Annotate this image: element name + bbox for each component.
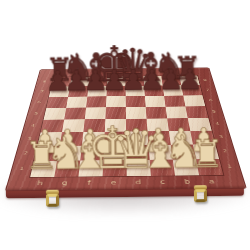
rank-label-left: 5 xyxy=(34,112,38,115)
file-label-top: c xyxy=(150,71,153,74)
board-square xyxy=(44,108,67,120)
board-square xyxy=(149,145,173,160)
board-square xyxy=(125,76,144,86)
board-square xyxy=(70,77,90,87)
file-label-bottom: h xyxy=(37,180,44,186)
board-square xyxy=(163,85,184,95)
board-square xyxy=(150,160,175,176)
board-square xyxy=(167,118,190,131)
rank-label-right: 2 xyxy=(223,149,228,153)
brass-clasp-right xyxy=(192,185,209,202)
board-square xyxy=(166,106,188,118)
rank-label-right: 8 xyxy=(203,78,207,81)
board-square xyxy=(60,132,84,146)
board-square xyxy=(185,106,208,118)
board-square xyxy=(80,145,104,160)
board-square xyxy=(86,96,106,107)
board-square xyxy=(188,118,212,131)
rank-label-left: 8 xyxy=(43,80,47,83)
board-square xyxy=(145,96,166,107)
file-label-top: f xyxy=(97,71,99,74)
board-square xyxy=(41,120,65,133)
board-square xyxy=(46,97,68,108)
rank-label-left: 6 xyxy=(37,100,41,103)
rank-label-left: 4 xyxy=(31,124,36,128)
board-square xyxy=(64,108,86,120)
board-square xyxy=(171,145,196,160)
board-square xyxy=(126,86,145,96)
file-label-top: a xyxy=(185,70,189,73)
board-square xyxy=(173,159,199,175)
board-square xyxy=(104,132,126,146)
clasp-loop-icon xyxy=(46,194,59,207)
board-square xyxy=(107,76,126,86)
rank-label-left: 3 xyxy=(27,137,32,141)
rank-label-right: 5 xyxy=(212,110,217,113)
board-square xyxy=(126,96,146,107)
board-square xyxy=(179,76,199,86)
board-square xyxy=(85,107,106,119)
board-square xyxy=(126,131,148,145)
board-square xyxy=(183,95,205,106)
clasp-loop-icon xyxy=(194,189,207,202)
board-square xyxy=(88,76,107,86)
product-photo-scene: hgfedcbahgfedcba8765432187654321 ♜♞♝♚♛♝♞… xyxy=(0,0,250,250)
board-square xyxy=(106,86,125,96)
file-label-bottom: g xyxy=(61,180,68,186)
board-square xyxy=(181,85,202,95)
board-square xyxy=(164,96,185,107)
board-square xyxy=(68,86,88,96)
board-square xyxy=(51,77,71,87)
board-square xyxy=(144,85,164,95)
board-square xyxy=(147,118,169,131)
board-square xyxy=(54,160,80,176)
board-square xyxy=(30,161,57,177)
board-square xyxy=(83,119,105,132)
rank-label-left: 2 xyxy=(23,151,28,155)
board-square xyxy=(37,132,62,146)
rank-label-right: 1 xyxy=(227,164,232,169)
board-square xyxy=(62,119,85,132)
board-square xyxy=(66,97,87,108)
file-label-bottom: b xyxy=(184,178,191,184)
board-square xyxy=(103,160,127,176)
board-square xyxy=(82,132,105,146)
board-square xyxy=(148,131,171,145)
brass-clasp-left xyxy=(44,190,61,207)
board-square xyxy=(126,119,148,132)
board-square xyxy=(196,159,223,175)
rank-label-left: 7 xyxy=(40,90,44,93)
file-label-bottom: a xyxy=(208,178,215,184)
board-square xyxy=(193,144,219,159)
board-square xyxy=(105,119,126,132)
board-square xyxy=(78,160,103,176)
board-square xyxy=(127,160,151,176)
board-square xyxy=(34,146,60,161)
board-square xyxy=(169,131,193,145)
board-square xyxy=(105,107,126,119)
chess-set: hgfedcbahgfedcba8765432187654321 ♜♞♝♚♛♝♞… xyxy=(0,0,250,250)
chess-board-frame: hgfedcbahgfedcba8765432187654321 xyxy=(5,67,247,191)
board-square xyxy=(146,107,167,119)
board-square xyxy=(106,96,126,107)
file-label-bottom: c xyxy=(160,179,166,185)
rank-label-right: 7 xyxy=(206,88,210,91)
rank-label-left: 1 xyxy=(19,166,24,171)
board-square xyxy=(126,107,147,119)
file-label-bottom: d xyxy=(135,179,141,185)
board-square xyxy=(161,76,181,86)
file-label-top: e xyxy=(114,71,118,74)
board-square xyxy=(190,131,215,145)
board-square xyxy=(143,76,162,86)
board-square xyxy=(49,86,70,96)
chess-board xyxy=(29,75,224,178)
board-coordinates: hgfedcbahgfedcba8765432187654321 xyxy=(41,68,209,70)
board-square xyxy=(87,86,107,96)
file-label-bottom: e xyxy=(111,179,117,185)
file-label-top: b xyxy=(167,70,171,73)
file-label-bottom: f xyxy=(87,180,91,186)
rank-label-right: 4 xyxy=(215,122,220,126)
file-label-top: g xyxy=(78,71,82,74)
board-square xyxy=(103,145,126,160)
file-label-top: h xyxy=(61,71,65,74)
board-square xyxy=(126,145,149,160)
rank-label-right: 3 xyxy=(219,135,224,139)
file-label-top: d xyxy=(132,71,136,74)
board-square xyxy=(57,146,82,161)
rank-label-right: 6 xyxy=(209,99,213,102)
